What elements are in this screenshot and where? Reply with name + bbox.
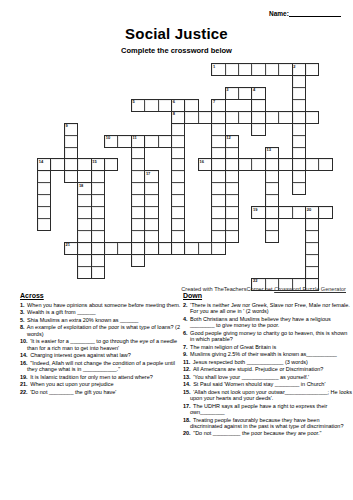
- grid-cell[interactable]: [198, 242, 212, 255]
- grid-cell[interactable]: [158, 135, 172, 148]
- grid-cell[interactable]: [305, 158, 319, 171]
- cell-number: 14: [39, 159, 43, 164]
- clue-item: 20. "Do not _________ the poor because t…: [183, 430, 353, 436]
- grid-cell[interactable]: [184, 242, 198, 255]
- grid-cell[interactable]: [117, 242, 131, 255]
- grid-cell[interactable]: [144, 135, 158, 148]
- grid-cell[interactable]: [171, 230, 185, 243]
- name-input-line[interactable]: [289, 9, 341, 17]
- page-subtitle: Complete the crossword below: [0, 46, 353, 55]
- cell-number: 16: [199, 159, 203, 164]
- grid-cell[interactable]: [238, 63, 252, 76]
- cell-number: 2: [293, 64, 295, 69]
- grid-cell[interactable]: [278, 158, 292, 171]
- grid-cell[interactable]: [171, 242, 185, 255]
- clue-item: 3. Wealth is a gift from ______: [20, 309, 183, 315]
- grid-cell[interactable]: [184, 111, 198, 124]
- name-label: Name:: [269, 9, 341, 17]
- grid-cell[interactable]: [64, 170, 78, 183]
- clue-item: 17. The UDHR says all people have a righ…: [183, 403, 353, 416]
- grid-cell[interactable]: [278, 206, 292, 219]
- clue-item: 14. St Paul said 'Women should stay ____…: [183, 381, 353, 387]
- grid-cell[interactable]: 5: [131, 99, 145, 112]
- grid-cell[interactable]: 1: [211, 63, 225, 76]
- grid-cell[interactable]: [198, 111, 212, 124]
- grid-cell[interactable]: [238, 111, 252, 124]
- clue-item: 1. When you have opinions about someone …: [20, 302, 183, 308]
- grid-cell[interactable]: [104, 158, 118, 171]
- across-header: Across: [20, 292, 183, 300]
- clue-item: 9. Muslims giving 2.5% of their wealth i…: [183, 351, 353, 357]
- grid-cell[interactable]: [318, 206, 332, 219]
- cell-number: 21: [65, 242, 69, 247]
- cell-number: 5: [132, 99, 134, 104]
- down-clue-list: 2. 'There is neither Jew nor Greek, Slav…: [183, 302, 353, 437]
- grid-cell[interactable]: [238, 87, 252, 100]
- cell-number: 18: [79, 183, 83, 188]
- cell-number: 6: [173, 99, 175, 104]
- clue-item: 13. 'You shall love your ____________ as…: [183, 374, 353, 380]
- clue-item: 2. 'There is neither Jew nor Greek, Slav…: [183, 302, 353, 315]
- grid-cell[interactable]: [77, 158, 91, 171]
- grid-cell[interactable]: [305, 63, 319, 76]
- cell-number: 8: [173, 111, 175, 116]
- clue-item: 22. 'Do not ________ the gift you have': [20, 389, 183, 395]
- clue-item: 5. Shia Muslims an extra 20% known as __…: [20, 317, 183, 323]
- grid-cell[interactable]: [292, 206, 306, 219]
- clue-item: 12. All Americans are stupid. Prejudice …: [183, 366, 353, 372]
- grid-cell[interactable]: [64, 147, 78, 160]
- grid-cell[interactable]: [292, 147, 306, 160]
- grid-cell[interactable]: [158, 242, 172, 255]
- grid-cell[interactable]: [225, 147, 239, 160]
- grid-cell[interactable]: [77, 266, 91, 279]
- grid-cell[interactable]: [265, 230, 279, 243]
- clue-item: 10. 'It is easier for a ________ to go t…: [20, 338, 183, 351]
- clue-item: 11. Jesus respected both ____________ (3…: [183, 359, 353, 365]
- clue-item: 8. An example of exploitation of the poo…: [20, 324, 183, 337]
- clue-item: 18. Treating people favourably because t…: [183, 417, 353, 430]
- grid-cell[interactable]: [225, 63, 239, 76]
- grid-cell[interactable]: [144, 99, 158, 112]
- grid-cell[interactable]: [158, 99, 172, 112]
- name-label-text: Name:: [269, 10, 289, 17]
- grid-cell[interactable]: [144, 230, 158, 243]
- cell-number: 10: [106, 135, 110, 140]
- cell-number: 11: [132, 135, 136, 140]
- grid-cell[interactable]: [37, 218, 51, 231]
- across-section: Across 1. When you have opinions about s…: [20, 292, 183, 396]
- grid-cell[interactable]: [292, 182, 306, 195]
- grid-cell[interactable]: [305, 111, 319, 124]
- clue-item: 4. Both Christians and Muslims believe t…: [183, 316, 353, 329]
- cell-number: 22: [253, 278, 257, 283]
- clue-item: 7. The main religion of Great Britain is: [183, 344, 353, 350]
- grid-cell[interactable]: [238, 158, 252, 171]
- grid-cell[interactable]: [104, 242, 118, 255]
- grid-cell[interactable]: [131, 230, 145, 243]
- grid-cell[interactable]: [211, 242, 225, 255]
- grid-cell[interactable]: 3: [225, 87, 239, 100]
- crossword-grid: 12345681011141516192021227912131718: [37, 63, 333, 290]
- grid-cell[interactable]: [251, 158, 265, 171]
- grid-cell[interactable]: [292, 99, 306, 112]
- page-title: Social Justice: [0, 25, 353, 42]
- down-header: Down: [183, 292, 353, 300]
- grid-cell[interactable]: [117, 135, 131, 148]
- grid-cell[interactable]: [77, 230, 91, 243]
- cell-number: 1: [213, 64, 215, 69]
- grid-cell[interactable]: [318, 158, 332, 171]
- grid-cell[interactable]: [251, 123, 265, 136]
- down-section: Down 2. 'There is neither Jew nor Greek,…: [183, 292, 353, 438]
- cell-number: 20: [307, 207, 311, 212]
- grid-cell[interactable]: [50, 158, 64, 171]
- grid-cell[interactable]: 19: [251, 206, 265, 219]
- grid-cell[interactable]: [211, 230, 225, 243]
- clue-item: 15. 'Allah does not look upon your outwa…: [183, 389, 353, 402]
- grid-cell[interactable]: [225, 230, 239, 243]
- cell-number: 4: [253, 87, 255, 92]
- cell-number: 17: [146, 171, 150, 176]
- grid-cell[interactable]: [251, 99, 265, 112]
- grid-cell[interactable]: [225, 111, 239, 124]
- grid-cell[interactable]: 21: [64, 242, 78, 255]
- grid-cell[interactable]: 10: [104, 135, 118, 148]
- grid-cell[interactable]: [144, 242, 158, 255]
- grid-cell[interactable]: [131, 254, 145, 267]
- grid-cell[interactable]: [211, 147, 225, 160]
- grid-cell[interactable]: [278, 111, 292, 124]
- grid-cell[interactable]: 13: [265, 147, 279, 160]
- clue-item: 16. "Indeed, Allah will not change the c…: [20, 360, 183, 373]
- grid-cell[interactable]: 16: [198, 158, 212, 171]
- grid-cell[interactable]: [305, 266, 319, 279]
- cell-number: 9: [65, 123, 67, 128]
- grid-cell[interactable]: [251, 63, 265, 76]
- cell-number: 13: [266, 147, 270, 152]
- cell-number: 15: [92, 159, 96, 164]
- clue-item: 21. When you act upon your prejudice: [20, 381, 183, 387]
- clue-item: 14. Charging interest goes against what …: [20, 352, 183, 358]
- grid-cell[interactable]: [265, 194, 279, 207]
- cell-number: 19: [253, 207, 257, 212]
- grid-cell[interactable]: [91, 266, 105, 279]
- grid-cell[interactable]: [278, 63, 292, 76]
- across-clue-list: 1. When you have opinions about someone …: [20, 302, 183, 395]
- clue-item: 19. It is Islamic tradition for only men…: [20, 374, 183, 380]
- clue-item: 6. Good people giving money to charity g…: [183, 330, 353, 343]
- grid-cell[interactable]: [91, 230, 105, 243]
- grid-cell[interactable]: [265, 111, 279, 124]
- cell-number: 7: [213, 99, 215, 104]
- grid-cell[interactable]: [265, 63, 279, 76]
- page: Name: Social Justice Complete the crossw…: [0, 0, 353, 500]
- cell-number: 12: [226, 135, 230, 140]
- cell-number: 3: [226, 87, 228, 92]
- grid-cell[interactable]: 7: [211, 99, 225, 112]
